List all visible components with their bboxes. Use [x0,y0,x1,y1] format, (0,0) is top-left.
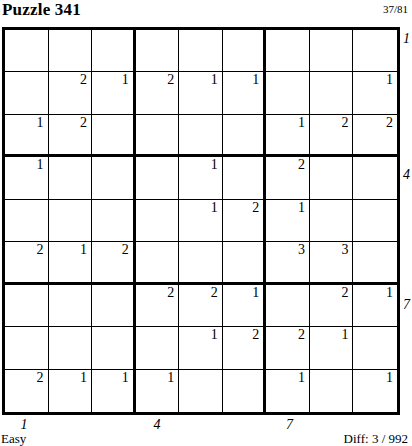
cell-r7c1 [5,285,49,327]
clue-digit: 1 [122,73,129,87]
clue-digit: 2 [341,116,348,130]
cell-r4c5: 1 [179,157,223,199]
row-label-4: 4 [403,167,412,183]
cell-r3c4 [136,115,180,157]
cell-r7c7 [266,285,310,327]
cell-r7c5: 2 [179,285,223,327]
clue-digit: 2 [80,116,87,130]
cell-r9c1: 2 [5,370,49,412]
clue-digit: 1 [252,73,259,87]
cell-r6c8: 3 [310,242,354,284]
cell-r2c9: 1 [353,72,397,114]
cell-r9c9: 1 [353,370,397,412]
clue-digit: 1 [252,286,259,300]
cell-r6c5 [179,242,223,284]
cell-r8c8: 1 [310,327,354,369]
cell-r4c2 [49,157,93,199]
clue-digit: 2 [122,243,129,257]
clue-digit: 2 [37,371,44,385]
cell-r6c4 [136,242,180,284]
clue-digit: 1 [211,73,218,87]
row-label-1: 1 [403,31,412,47]
cell-r6c6 [223,242,267,284]
cell-r3c9: 2 [353,115,397,157]
clue-digit: 2 [386,116,393,130]
cell-r8c7: 2 [266,327,310,369]
clue-digit: 1 [80,371,87,385]
puzzle-page: Puzzle 341 37/81 21211112122112121212332… [0,0,412,446]
cell-r3c6 [223,115,267,157]
clue-digit: 3 [341,243,348,257]
clue-digit: 2 [211,286,218,300]
clue-digit: 2 [252,201,259,215]
clue-digit: 2 [167,286,174,300]
cell-r9c4: 1 [136,370,180,412]
cell-r6c9 [353,242,397,284]
cell-r5c2 [49,200,93,242]
clue-digit: 3 [298,243,305,257]
cell-r7c9: 1 [353,285,397,327]
clue-digit: 1 [386,286,393,300]
cell-r5c1 [5,200,49,242]
row-label-7: 7 [403,297,412,313]
cell-r8c2 [49,327,93,369]
cell-r7c4: 2 [136,285,180,327]
clue-digit: 1 [211,158,218,172]
cell-r1c2 [49,30,93,72]
cell-r9c2: 1 [49,370,93,412]
cell-r3c1: 1 [5,115,49,157]
cell-r1c9 [353,30,397,72]
cell-r4c1: 1 [5,157,49,199]
cell-r4c9 [353,157,397,199]
cell-r6c1: 2 [5,242,49,284]
cell-r8c4 [136,327,180,369]
cell-r1c5 [179,30,223,72]
cell-r1c8 [310,30,354,72]
cell-r5c9 [353,200,397,242]
clue-digit: 1 [122,371,129,385]
col-label-1: 1 [2,417,46,431]
clue-digit: 2 [298,158,305,172]
cell-r2c8 [310,72,354,114]
clue-digit: 1 [37,116,44,130]
clue-digit: 1 [386,371,393,385]
cell-r5c8 [310,200,354,242]
cell-r7c8: 2 [310,285,354,327]
cell-r3c8: 2 [310,115,354,157]
puzzle-grid: 2121111212211212121233221211221211111 [2,27,400,415]
cell-r9c5 [179,370,223,412]
clue-digit: 1 [167,371,174,385]
cell-r8c6: 2 [223,327,267,369]
cell-r5c6: 2 [223,200,267,242]
clue-digit: 1 [80,243,87,257]
cell-r4c3 [92,157,136,199]
cell-r8c3 [92,327,136,369]
cell-r4c4 [136,157,180,199]
clue-digit: 2 [37,243,44,257]
cell-r6c3: 2 [92,242,136,284]
cell-r5c7: 1 [266,200,310,242]
clue-digit: 2 [252,328,259,342]
cell-r2c1 [5,72,49,114]
cell-r1c3 [92,30,136,72]
cell-r8c1 [5,327,49,369]
clue-digit: 1 [298,371,305,385]
cell-r2c5: 1 [179,72,223,114]
clue-digit: 2 [80,73,87,87]
cell-r7c6: 1 [223,285,267,327]
cell-r1c1 [5,30,49,72]
cell-r2c7 [266,72,310,114]
cell-r1c6 [223,30,267,72]
cell-r5c4 [136,200,180,242]
difficulty-label: Easy [1,431,26,446]
cell-r4c7: 2 [266,157,310,199]
col-label-7: 7 [267,417,312,431]
cell-r2c3: 1 [92,72,136,114]
clue-digit: 1 [211,328,218,342]
cell-r6c7: 3 [266,242,310,284]
cell-r9c6 [223,370,267,412]
diff-ratio-label: Diff: 3 / 992 [344,431,408,446]
cell-r3c3 [92,115,136,157]
cell-r3c7: 1 [266,115,310,157]
cell-r1c7 [266,30,310,72]
cell-r4c6 [223,157,267,199]
clue-digit: 1 [211,201,218,215]
cell-r2c6: 1 [223,72,267,114]
cell-r8c5: 1 [179,327,223,369]
cell-r7c2 [49,285,93,327]
clue-digit: 2 [298,328,305,342]
cell-r5c3 [92,200,136,242]
cell-r1c4 [136,30,180,72]
clue-digit: 1 [298,116,305,130]
cell-r5c5: 1 [179,200,223,242]
cell-r9c3: 1 [92,370,136,412]
cell-r9c7: 1 [266,370,310,412]
cell-r6c2: 1 [49,242,93,284]
cell-r9c8 [310,370,354,412]
cell-r3c5 [179,115,223,157]
col-label-4: 4 [135,417,179,431]
givens-counter: 37/81 [383,3,408,15]
clue-digit: 1 [37,158,44,172]
cell-r7c3 [92,285,136,327]
clue-digit: 1 [341,328,348,342]
cell-r2c4: 2 [136,72,180,114]
clue-digit: 2 [167,73,174,87]
cell-r2c2: 2 [49,72,93,114]
clue-digit: 1 [386,73,393,87]
clue-digit: 1 [298,201,305,215]
page-title: Puzzle 341 [2,0,81,20]
cell-r3c2: 2 [49,115,93,157]
cell-r8c9 [353,327,397,369]
clue-digit: 2 [341,286,348,300]
cell-r4c8 [310,157,354,199]
